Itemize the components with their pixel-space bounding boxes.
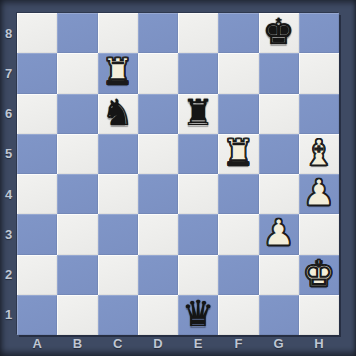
square-d4[interactable] (138, 174, 178, 214)
square-d7[interactable] (138, 53, 178, 93)
white-pawn[interactable]: ♟ (262, 215, 294, 251)
square-d2[interactable] (138, 255, 178, 295)
square-g6[interactable] (259, 94, 299, 134)
rank-label-5: 5 (0, 134, 17, 174)
square-b7[interactable] (57, 53, 97, 93)
square-b8[interactable] (57, 13, 97, 53)
file-labels: ABCDEFGH (17, 335, 339, 352)
rank-label-6: 6 (0, 94, 17, 134)
square-e4[interactable] (178, 174, 218, 214)
square-f5[interactable]: ♜ (218, 134, 258, 174)
square-e3[interactable] (178, 214, 218, 254)
rank-label-7: 7 (0, 53, 17, 93)
rank-label-8: 8 (0, 13, 17, 53)
square-d8[interactable] (138, 13, 178, 53)
square-a6[interactable] (17, 94, 57, 134)
rank-label-1: 1 (0, 295, 17, 335)
square-e6[interactable]: ♜ (178, 94, 218, 134)
square-c4[interactable] (98, 174, 138, 214)
square-d1[interactable] (138, 295, 178, 335)
square-f7[interactable] (218, 53, 258, 93)
file-label-f: F (218, 335, 258, 352)
black-queen[interactable]: ♛ (182, 296, 214, 332)
white-pawn[interactable]: ♟ (303, 175, 335, 211)
square-f3[interactable] (218, 214, 258, 254)
square-f4[interactable] (218, 174, 258, 214)
square-a5[interactable] (17, 134, 57, 174)
square-d3[interactable] (138, 214, 178, 254)
chess-board-widget: 87654321 ♚♜♞♜♜♝♟♟♚♛ ABCDEFGH (0, 0, 356, 356)
square-h1[interactable] (299, 295, 339, 335)
square-e5[interactable] (178, 134, 218, 174)
square-a3[interactable] (17, 214, 57, 254)
black-knight[interactable]: ♞ (101, 95, 133, 131)
square-c3[interactable] (98, 214, 138, 254)
square-g1[interactable] (259, 295, 299, 335)
square-g8[interactable]: ♚ (259, 13, 299, 53)
square-a8[interactable] (17, 13, 57, 53)
black-rook[interactable]: ♜ (182, 95, 214, 131)
square-f2[interactable] (218, 255, 258, 295)
square-c5[interactable] (98, 134, 138, 174)
square-e2[interactable] (178, 255, 218, 295)
square-g4[interactable] (259, 174, 299, 214)
square-a7[interactable] (17, 53, 57, 93)
rank-labels: 87654321 (0, 13, 17, 335)
square-a2[interactable] (17, 255, 57, 295)
square-d5[interactable] (138, 134, 178, 174)
square-g7[interactable] (259, 53, 299, 93)
square-e8[interactable] (178, 13, 218, 53)
file-label-a: A (17, 335, 57, 352)
square-c1[interactable] (98, 295, 138, 335)
square-h2[interactable]: ♚ (299, 255, 339, 295)
file-label-g: G (259, 335, 299, 352)
white-rook[interactable]: ♜ (222, 135, 254, 171)
square-c6[interactable]: ♞ (98, 94, 138, 134)
square-h3[interactable] (299, 214, 339, 254)
square-e1[interactable]: ♛ (178, 295, 218, 335)
rank-label-3: 3 (0, 214, 17, 254)
white-rook[interactable]: ♜ (101, 54, 133, 90)
square-c2[interactable] (98, 255, 138, 295)
square-b6[interactable] (57, 94, 97, 134)
white-bishop[interactable]: ♝ (303, 135, 335, 171)
square-a1[interactable] (17, 295, 57, 335)
square-c8[interactable] (98, 13, 138, 53)
file-label-h: H (299, 335, 339, 352)
square-b4[interactable] (57, 174, 97, 214)
square-h4[interactable]: ♟ (299, 174, 339, 214)
square-b1[interactable] (57, 295, 97, 335)
square-b2[interactable] (57, 255, 97, 295)
square-f8[interactable] (218, 13, 258, 53)
square-f6[interactable] (218, 94, 258, 134)
square-a4[interactable] (17, 174, 57, 214)
square-e7[interactable] (178, 53, 218, 93)
square-c7[interactable]: ♜ (98, 53, 138, 93)
chess-board: ♚♜♞♜♜♝♟♟♚♛ (17, 13, 339, 335)
rank-label-4: 4 (0, 174, 17, 214)
square-h7[interactable] (299, 53, 339, 93)
square-g2[interactable] (259, 255, 299, 295)
square-f1[interactable] (218, 295, 258, 335)
square-d6[interactable] (138, 94, 178, 134)
square-g3[interactable]: ♟ (259, 214, 299, 254)
file-label-d: D (138, 335, 178, 352)
square-b5[interactable] (57, 134, 97, 174)
square-h8[interactable] (299, 13, 339, 53)
square-h6[interactable] (299, 94, 339, 134)
white-king[interactable]: ♚ (303, 256, 335, 292)
square-g5[interactable] (259, 134, 299, 174)
file-label-b: B (57, 335, 97, 352)
square-h5[interactable]: ♝ (299, 134, 339, 174)
black-king[interactable]: ♚ (262, 14, 294, 50)
square-b3[interactable] (57, 214, 97, 254)
rank-label-2: 2 (0, 255, 17, 295)
file-label-e: E (178, 335, 218, 352)
file-label-c: C (98, 335, 138, 352)
